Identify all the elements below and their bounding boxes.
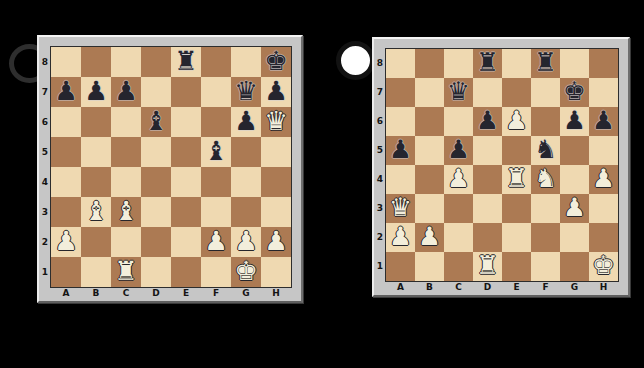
square-h7[interactable]: ♟ bbox=[261, 77, 291, 107]
square-g5[interactable] bbox=[560, 136, 589, 165]
square-c7[interactable]: ♛ bbox=[444, 78, 473, 107]
rank-label-6: 6 bbox=[374, 107, 386, 136]
square-h5[interactable] bbox=[589, 136, 618, 165]
white-pawn[interactable]: ♟ bbox=[502, 107, 531, 136]
white-pawn[interactable]: ♟ bbox=[201, 227, 231, 257]
rank-label-5: 5 bbox=[374, 136, 386, 165]
square-c5[interactable] bbox=[111, 137, 141, 167]
square-g5[interactable] bbox=[231, 137, 261, 167]
square-c8[interactable] bbox=[444, 49, 473, 78]
black-pawn[interactable]: ♟ bbox=[111, 77, 141, 107]
square-d3[interactable] bbox=[141, 197, 171, 227]
rank-label-3: 3 bbox=[39, 197, 51, 227]
square-g7[interactable]: ♛ bbox=[231, 77, 261, 107]
square-c3[interactable] bbox=[444, 194, 473, 223]
file-label-e: E bbox=[502, 281, 531, 295]
white-pawn[interactable]: ♟ bbox=[415, 223, 444, 252]
black-rook[interactable]: ♜ bbox=[473, 49, 502, 78]
white-to-move-indicator bbox=[336, 41, 375, 80]
square-a1[interactable] bbox=[386, 252, 415, 281]
square-e3[interactable] bbox=[171, 197, 201, 227]
square-g4[interactable] bbox=[231, 167, 261, 197]
square-f3[interactable] bbox=[531, 194, 560, 223]
square-g3[interactable] bbox=[231, 197, 261, 227]
black-rook[interactable]: ♜ bbox=[171, 47, 201, 77]
square-h1[interactable] bbox=[261, 257, 291, 287]
file-label-c: C bbox=[111, 287, 141, 301]
square-f5[interactable]: ♝ bbox=[201, 137, 231, 167]
black-pawn[interactable]: ♟ bbox=[231, 107, 261, 137]
file-label-b: B bbox=[415, 281, 444, 295]
file-label-d: D bbox=[141, 287, 171, 301]
square-g6[interactable]: ♟ bbox=[560, 107, 589, 136]
square-a5[interactable] bbox=[51, 137, 81, 167]
square-f1[interactable] bbox=[531, 252, 560, 281]
square-a5[interactable]: ♟ bbox=[386, 136, 415, 165]
square-c4[interactable]: ♟ bbox=[444, 165, 473, 194]
square-c7[interactable]: ♟ bbox=[111, 77, 141, 107]
square-g7[interactable]: ♚ bbox=[560, 78, 589, 107]
square-g8[interactable] bbox=[560, 49, 589, 78]
black-queen[interactable]: ♛ bbox=[444, 78, 473, 107]
square-c6[interactable] bbox=[111, 107, 141, 137]
square-b2[interactable] bbox=[81, 227, 111, 257]
square-a8[interactable] bbox=[386, 49, 415, 78]
square-a4[interactable] bbox=[386, 165, 415, 194]
square-c2[interactable] bbox=[111, 227, 141, 257]
file-label-f: F bbox=[531, 281, 560, 295]
square-e5[interactable] bbox=[502, 136, 531, 165]
square-b1[interactable] bbox=[81, 257, 111, 287]
black-king[interactable]: ♚ bbox=[560, 78, 589, 107]
file-label-e: E bbox=[171, 287, 201, 301]
white-rook[interactable]: ♜ bbox=[502, 165, 531, 194]
square-c8[interactable] bbox=[111, 47, 141, 77]
square-a7[interactable]: ♟ bbox=[51, 77, 81, 107]
white-king[interactable]: ♚ bbox=[589, 252, 618, 281]
square-f8[interactable] bbox=[201, 47, 231, 77]
square-f5[interactable]: ♞ bbox=[531, 136, 560, 165]
square-h4[interactable] bbox=[261, 167, 291, 197]
square-b6[interactable] bbox=[415, 107, 444, 136]
white-knight[interactable]: ♞ bbox=[531, 165, 560, 194]
black-pawn[interactable]: ♟ bbox=[444, 136, 473, 165]
square-h4[interactable]: ♟ bbox=[589, 165, 618, 194]
square-g4[interactable] bbox=[560, 165, 589, 194]
square-g1[interactable]: ♚ bbox=[231, 257, 261, 287]
chess-board-left: 87654321♜♚♟♟♟♛♟♝♟♛♝♝♝♟♟♟♟♜♚ABCDEFGH bbox=[37, 35, 303, 303]
black-pawn[interactable]: ♟ bbox=[386, 136, 415, 165]
square-a4[interactable] bbox=[51, 167, 81, 197]
square-c3[interactable]: ♝ bbox=[111, 197, 141, 227]
black-rook[interactable]: ♜ bbox=[531, 49, 560, 78]
square-a7[interactable] bbox=[386, 78, 415, 107]
square-b5[interactable] bbox=[415, 136, 444, 165]
square-b4[interactable] bbox=[415, 165, 444, 194]
file-label-a: A bbox=[51, 287, 81, 301]
square-h3[interactable] bbox=[261, 197, 291, 227]
square-f7[interactable] bbox=[531, 78, 560, 107]
square-d1[interactable] bbox=[141, 257, 171, 287]
square-e7[interactable] bbox=[502, 78, 531, 107]
white-rook[interactable]: ♜ bbox=[111, 257, 141, 287]
square-c4[interactable] bbox=[111, 167, 141, 197]
white-rook[interactable]: ♜ bbox=[473, 252, 502, 281]
square-c6[interactable] bbox=[444, 107, 473, 136]
black-pawn[interactable]: ♟ bbox=[473, 107, 502, 136]
square-h1[interactable]: ♚ bbox=[589, 252, 618, 281]
square-d8[interactable]: ♜ bbox=[473, 49, 502, 78]
square-f7[interactable] bbox=[201, 77, 231, 107]
square-c2[interactable] bbox=[444, 223, 473, 252]
square-e3[interactable] bbox=[502, 194, 531, 223]
white-pawn[interactable]: ♟ bbox=[231, 227, 261, 257]
square-g2[interactable]: ♟ bbox=[231, 227, 261, 257]
white-pawn[interactable]: ♟ bbox=[386, 223, 415, 252]
square-b7[interactable]: ♟ bbox=[81, 77, 111, 107]
square-d4[interactable] bbox=[473, 165, 502, 194]
square-c1[interactable] bbox=[444, 252, 473, 281]
rank-label-1: 1 bbox=[374, 252, 386, 281]
white-bishop[interactable]: ♝ bbox=[111, 197, 141, 227]
square-d6[interactable]: ♟ bbox=[473, 107, 502, 136]
square-a3[interactable] bbox=[51, 197, 81, 227]
file-label-b: B bbox=[81, 287, 111, 301]
square-a2[interactable]: ♟ bbox=[51, 227, 81, 257]
square-f2[interactable] bbox=[531, 223, 560, 252]
rank-label-2: 2 bbox=[39, 227, 51, 257]
square-a1[interactable] bbox=[51, 257, 81, 287]
square-d8[interactable] bbox=[141, 47, 171, 77]
square-a3[interactable]: ♛ bbox=[386, 194, 415, 223]
file-label-h: H bbox=[589, 281, 618, 295]
black-bishop[interactable]: ♝ bbox=[201, 137, 231, 167]
file-label-c: C bbox=[444, 281, 473, 295]
rank-label-4: 4 bbox=[39, 167, 51, 197]
black-pawn[interactable]: ♟ bbox=[560, 107, 589, 136]
rank-label-3: 3 bbox=[374, 194, 386, 223]
file-label-g: G bbox=[560, 281, 589, 295]
file-label-f: F bbox=[201, 287, 231, 301]
square-a6[interactable] bbox=[51, 107, 81, 137]
square-d5[interactable] bbox=[473, 136, 502, 165]
square-e6[interactable]: ♟ bbox=[502, 107, 531, 136]
board-squares: ♜♚♟♟♟♛♟♝♟♛♝♝♝♟♟♟♟♜♚ bbox=[51, 47, 291, 287]
square-b1[interactable] bbox=[415, 252, 444, 281]
square-e2[interactable] bbox=[502, 223, 531, 252]
black-king[interactable]: ♚ bbox=[261, 47, 291, 77]
square-f6[interactable] bbox=[201, 107, 231, 137]
white-pawn[interactable]: ♟ bbox=[261, 227, 291, 257]
square-b7[interactable] bbox=[415, 78, 444, 107]
white-bishop[interactable]: ♝ bbox=[81, 197, 111, 227]
rank-label-4: 4 bbox=[374, 165, 386, 194]
black-knight[interactable]: ♞ bbox=[531, 136, 560, 165]
square-a8[interactable] bbox=[51, 47, 81, 77]
square-c5[interactable]: ♟ bbox=[444, 136, 473, 165]
square-f8[interactable]: ♜ bbox=[531, 49, 560, 78]
square-d3[interactable] bbox=[473, 194, 502, 223]
board-squares: ♜♜♛♚♟♟♟♟♟♟♞♟♜♞♟♛♟♟♟♜♚ bbox=[386, 49, 618, 281]
square-e6[interactable] bbox=[171, 107, 201, 137]
white-queen[interactable]: ♛ bbox=[261, 107, 291, 137]
square-b3[interactable] bbox=[415, 194, 444, 223]
square-d6[interactable]: ♝ bbox=[141, 107, 171, 137]
square-g3[interactable]: ♟ bbox=[560, 194, 589, 223]
black-pawn[interactable]: ♟ bbox=[589, 107, 618, 136]
square-f2[interactable]: ♟ bbox=[201, 227, 231, 257]
square-e5[interactable] bbox=[171, 137, 201, 167]
square-c1[interactable]: ♜ bbox=[111, 257, 141, 287]
white-pawn[interactable]: ♟ bbox=[444, 165, 473, 194]
square-g1[interactable] bbox=[560, 252, 589, 281]
square-h2[interactable]: ♟ bbox=[261, 227, 291, 257]
white-pawn[interactable]: ♟ bbox=[589, 165, 618, 194]
square-e4[interactable]: ♜ bbox=[502, 165, 531, 194]
file-label-g: G bbox=[231, 287, 261, 301]
square-e7[interactable] bbox=[171, 77, 201, 107]
white-pawn[interactable]: ♟ bbox=[51, 227, 81, 257]
black-bishop[interactable]: ♝ bbox=[141, 107, 171, 137]
square-h8[interactable]: ♚ bbox=[261, 47, 291, 77]
square-a6[interactable] bbox=[386, 107, 415, 136]
square-f6[interactable] bbox=[531, 107, 560, 136]
white-king[interactable]: ♚ bbox=[231, 257, 261, 287]
black-pawn[interactable]: ♟ bbox=[261, 77, 291, 107]
square-h6[interactable]: ♟ bbox=[589, 107, 618, 136]
square-g2[interactable] bbox=[560, 223, 589, 252]
square-h2[interactable] bbox=[589, 223, 618, 252]
square-b6[interactable] bbox=[81, 107, 111, 137]
file-label-d: D bbox=[473, 281, 502, 295]
square-e1[interactable] bbox=[171, 257, 201, 287]
square-d7[interactable] bbox=[473, 78, 502, 107]
square-e4[interactable] bbox=[171, 167, 201, 197]
black-pawn[interactable]: ♟ bbox=[51, 77, 81, 107]
rank-label-8: 8 bbox=[39, 47, 51, 77]
square-b2[interactable]: ♟ bbox=[415, 223, 444, 252]
square-d1[interactable]: ♜ bbox=[473, 252, 502, 281]
square-d2[interactable] bbox=[141, 227, 171, 257]
square-d7[interactable] bbox=[141, 77, 171, 107]
black-pawn[interactable]: ♟ bbox=[81, 77, 111, 107]
square-d5[interactable] bbox=[141, 137, 171, 167]
square-e8[interactable] bbox=[502, 49, 531, 78]
black-queen[interactable]: ♛ bbox=[231, 77, 261, 107]
square-f4[interactable]: ♞ bbox=[531, 165, 560, 194]
square-g8[interactable] bbox=[231, 47, 261, 77]
square-b8[interactable] bbox=[81, 47, 111, 77]
square-d4[interactable] bbox=[141, 167, 171, 197]
rank-label-7: 7 bbox=[374, 78, 386, 107]
square-f4[interactable] bbox=[201, 167, 231, 197]
rank-label-7: 7 bbox=[39, 77, 51, 107]
square-e2[interactable] bbox=[171, 227, 201, 257]
square-h5[interactable] bbox=[261, 137, 291, 167]
square-b3[interactable]: ♝ bbox=[81, 197, 111, 227]
square-h3[interactable] bbox=[589, 194, 618, 223]
white-pawn[interactable]: ♟ bbox=[560, 194, 589, 223]
square-a2[interactable]: ♟ bbox=[386, 223, 415, 252]
square-f3[interactable] bbox=[201, 197, 231, 227]
square-e8[interactable]: ♜ bbox=[171, 47, 201, 77]
file-label-a: A bbox=[386, 281, 415, 295]
square-b5[interactable] bbox=[81, 137, 111, 167]
square-f1[interactable] bbox=[201, 257, 231, 287]
chess-board-right: 87654321♜♜♛♚♟♟♟♟♟♟♞♟♜♞♟♛♟♟♟♜♚ABCDEFGH bbox=[372, 37, 630, 297]
square-g6[interactable]: ♟ bbox=[231, 107, 261, 137]
rank-label-1: 1 bbox=[39, 257, 51, 287]
square-b8[interactable] bbox=[415, 49, 444, 78]
page: 87654321♜♚♟♟♟♛♟♝♟♛♝♝♝♟♟♟♟♜♚ABCDEFGH 8765… bbox=[0, 0, 644, 368]
square-b4[interactable] bbox=[81, 167, 111, 197]
file-label-h: H bbox=[261, 287, 291, 301]
rank-label-2: 2 bbox=[374, 223, 386, 252]
square-e1[interactable] bbox=[502, 252, 531, 281]
square-d2[interactable] bbox=[473, 223, 502, 252]
white-queen[interactable]: ♛ bbox=[386, 194, 415, 223]
rank-label-5: 5 bbox=[39, 137, 51, 167]
rank-label-8: 8 bbox=[374, 49, 386, 78]
square-h6[interactable]: ♛ bbox=[261, 107, 291, 137]
square-h8[interactable] bbox=[589, 49, 618, 78]
rank-label-6: 6 bbox=[39, 107, 51, 137]
square-h7[interactable] bbox=[589, 78, 618, 107]
